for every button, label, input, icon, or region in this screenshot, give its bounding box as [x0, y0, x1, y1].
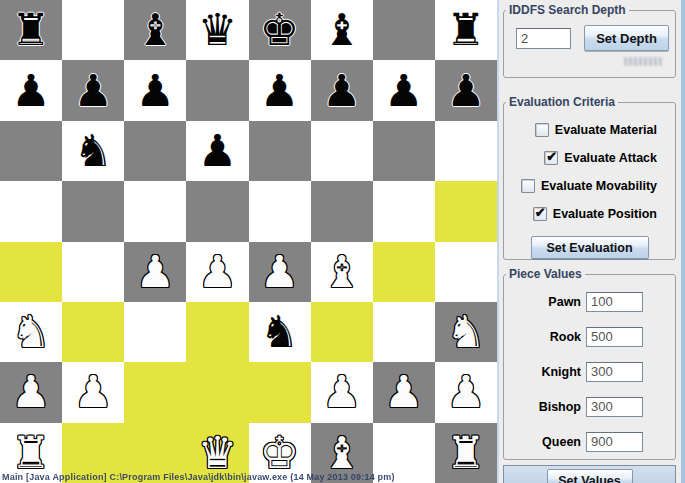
square-g7[interactable]: ♟: [373, 60, 435, 120]
square-b7[interactable]: ♟: [62, 60, 124, 120]
square-f6[interactable]: [311, 121, 373, 181]
square-d4[interactable]: ♟: [186, 242, 248, 302]
piece-white-pawn[interactable]: ♟: [322, 370, 361, 414]
square-h8[interactable]: ♜: [435, 0, 497, 60]
queen-value-row: Queen: [510, 431, 669, 452]
checkbox-row-movability[interactable]: ✔ Evaluate Movability: [521, 177, 657, 194]
queen-value-input[interactable]: [586, 432, 643, 452]
material-checkbox[interactable]: ✔: [535, 123, 549, 137]
square-d2[interactable]: [186, 362, 248, 422]
check-icon: ✔: [546, 149, 557, 164]
piece-white-queen[interactable]: ♛: [198, 431, 237, 475]
piece-black-rook[interactable]: ♜: [446, 8, 485, 52]
eclipse-status-text: Main [Java Application] C:\Program Files…: [2, 472, 685, 483]
square-c6[interactable]: [124, 121, 186, 181]
piece-white-pawn[interactable]: ♟: [260, 250, 299, 294]
square-g8[interactable]: [373, 0, 435, 60]
evaluation-group: Evaluation Criteria ✔ Evaluate Material …: [503, 102, 676, 260]
square-g4[interactable]: [373, 242, 435, 302]
attack-checkbox-label: Evaluate Attack: [564, 151, 657, 165]
piece-white-pawn[interactable]: ♟: [11, 370, 50, 414]
square-d6[interactable]: ♟: [186, 121, 248, 181]
square-h5[interactable]: [435, 181, 497, 241]
square-e6[interactable]: [249, 121, 311, 181]
square-e7[interactable]: ♟: [249, 60, 311, 120]
piece-black-bishop[interactable]: ♝: [322, 8, 361, 52]
square-c5[interactable]: [124, 181, 186, 241]
set-depth-button[interactable]: Set Depth: [584, 25, 669, 51]
piece-black-pawn[interactable]: ♟: [322, 69, 361, 113]
piece-black-pawn[interactable]: ♟: [260, 69, 299, 113]
piece-white-pawn[interactable]: ♟: [384, 370, 423, 414]
rook-value-input[interactable]: [586, 327, 643, 347]
square-a7[interactable]: ♟: [0, 60, 62, 120]
piece-black-pawn[interactable]: ♟: [198, 129, 237, 173]
piece-values-title: Piece Values: [506, 267, 585, 281]
piece-white-knight[interactable]: ♞: [446, 310, 485, 354]
piece-black-bishop[interactable]: ♝: [136, 8, 175, 52]
square-c7[interactable]: ♟: [124, 60, 186, 120]
checkbox-row-material[interactable]: ✔ Evaluate Material: [535, 121, 657, 138]
square-c2[interactable]: [124, 362, 186, 422]
piece-white-knight[interactable]: ♞: [11, 310, 50, 354]
square-h7[interactable]: ♟: [435, 60, 497, 120]
piece-white-pawn[interactable]: ♟: [73, 370, 112, 414]
piece-white-pawn[interactable]: ♟: [446, 370, 485, 414]
square-b5[interactable]: [62, 181, 124, 241]
square-e3[interactable]: ♞: [249, 302, 311, 362]
square-e4[interactable]: ♟: [249, 242, 311, 302]
bishop-value-row: Bishop: [510, 396, 669, 417]
square-a8[interactable]: ♜: [0, 0, 62, 60]
search-depth-title: IDDFS Search Depth: [506, 3, 629, 17]
control-panel: IDDFS Search Depth Set Depth Evaluation …: [497, 0, 685, 483]
square-a4[interactable]: [0, 242, 62, 302]
piece-black-knight[interactable]: ♞: [73, 129, 112, 173]
knight-value-input[interactable]: [586, 362, 643, 382]
square-f4[interactable]: ♝: [311, 242, 373, 302]
square-b2[interactable]: ♟: [62, 362, 124, 422]
set-evaluation-button[interactable]: Set Evaluation: [531, 236, 649, 259]
piece-values-group: Piece Values Pawn Rook Knight Bishop Que…: [503, 274, 676, 460]
square-b6[interactable]: ♞: [62, 121, 124, 181]
piece-black-king[interactable]: ♚: [260, 8, 299, 52]
square-c3[interactable]: [124, 302, 186, 362]
queen-label: Queen: [542, 435, 581, 449]
checkbox-row-attack[interactable]: ✔ Evaluate Attack: [544, 149, 657, 166]
movability-checkbox[interactable]: ✔: [521, 179, 535, 193]
bishop-label: Bishop: [539, 400, 581, 414]
square-a2[interactable]: ♟: [0, 362, 62, 422]
square-d7[interactable]: [186, 60, 248, 120]
rook-value-row: Rook: [510, 326, 669, 347]
square-g2[interactable]: ♟: [373, 362, 435, 422]
square-e8[interactable]: ♚: [249, 0, 311, 60]
piece-black-knight[interactable]: ♞: [260, 310, 299, 354]
pawn-value-row: Pawn: [510, 291, 669, 312]
square-a3[interactable]: ♞: [0, 302, 62, 362]
depth-input[interactable]: [516, 28, 571, 49]
piece-black-pawn[interactable]: ♟: [384, 69, 423, 113]
chess-app-window: ♜♝♛♚♝♜♟♟♟♟♟♟♟♞♟♟♟♟♝♞♞♞♟♟♟♟♟♜♛♚♝♜ IDDFS S…: [0, 0, 685, 483]
piece-white-king[interactable]: ♚: [260, 431, 299, 475]
square-h6[interactable]: [435, 121, 497, 181]
square-f8[interactable]: ♝: [311, 0, 373, 60]
square-c8[interactable]: ♝: [124, 0, 186, 60]
attack-checkbox[interactable]: ✔: [544, 151, 558, 165]
square-f2[interactable]: ♟: [311, 362, 373, 422]
piece-black-rook[interactable]: ♜: [11, 8, 50, 52]
piece-black-pawn[interactable]: ♟: [446, 69, 485, 113]
square-h2[interactable]: ♟: [435, 362, 497, 422]
square-f3[interactable]: [311, 302, 373, 362]
square-f5[interactable]: [311, 181, 373, 241]
square-g6[interactable]: [373, 121, 435, 181]
knight-value-row: Knight: [510, 361, 669, 382]
material-checkbox-label: Evaluate Material: [555, 123, 657, 137]
square-d5[interactable]: [186, 181, 248, 241]
square-e2[interactable]: [249, 362, 311, 422]
piece-black-pawn[interactable]: ♟: [136, 69, 175, 113]
square-f7[interactable]: ♟: [311, 60, 373, 120]
search-depth-group: IDDFS Search Depth Set Depth: [503, 10, 676, 78]
position-checkbox-label: Evaluate Position: [553, 207, 657, 221]
square-d3[interactable]: [186, 302, 248, 362]
check-icon: ✔: [535, 205, 546, 220]
piece-white-pawn[interactable]: ♟: [136, 250, 175, 294]
piece-white-rook[interactable]: ♜: [11, 431, 50, 475]
evaluation-title: Evaluation Criteria: [506, 95, 618, 109]
chess-board: ♜♝♛♚♝♜♟♟♟♟♟♟♟♞♟♟♟♟♝♞♞♞♟♟♟♟♟♜♛♚♝♜: [0, 0, 497, 483]
square-e5[interactable]: [249, 181, 311, 241]
square-h3[interactable]: ♞: [435, 302, 497, 362]
square-h4[interactable]: [435, 242, 497, 302]
square-g5[interactable]: [373, 181, 435, 241]
pawn-label: Pawn: [548, 295, 581, 309]
repaint-artifact: [624, 57, 662, 66]
bishop-value-input[interactable]: [586, 397, 643, 417]
rook-label: Rook: [550, 330, 581, 344]
square-b4[interactable]: [62, 242, 124, 302]
square-c4[interactable]: ♟: [124, 242, 186, 302]
piece-white-bishop[interactable]: ♝: [322, 250, 361, 294]
piece-black-pawn[interactable]: ♟: [73, 69, 112, 113]
square-a5[interactable]: [0, 181, 62, 241]
piece-white-rook[interactable]: ♜: [446, 431, 485, 475]
piece-black-pawn[interactable]: ♟: [11, 69, 50, 113]
pawn-value-input[interactable]: [586, 292, 643, 312]
knight-label: Knight: [541, 365, 581, 379]
square-d8[interactable]: ♛: [186, 0, 248, 60]
checkbox-row-position[interactable]: ✔ Evaluate Position: [533, 205, 657, 222]
square-b8[interactable]: [62, 0, 124, 60]
piece-white-bishop[interactable]: ♝: [322, 431, 361, 475]
movability-checkbox-label: Evaluate Movability: [541, 179, 657, 193]
piece-black-queen[interactable]: ♛: [198, 8, 237, 52]
square-g3[interactable]: [373, 302, 435, 362]
position-checkbox[interactable]: ✔: [533, 207, 547, 221]
square-b3[interactable]: [62, 302, 124, 362]
piece-white-pawn[interactable]: ♟: [198, 250, 237, 294]
square-a6[interactable]: [0, 121, 62, 181]
